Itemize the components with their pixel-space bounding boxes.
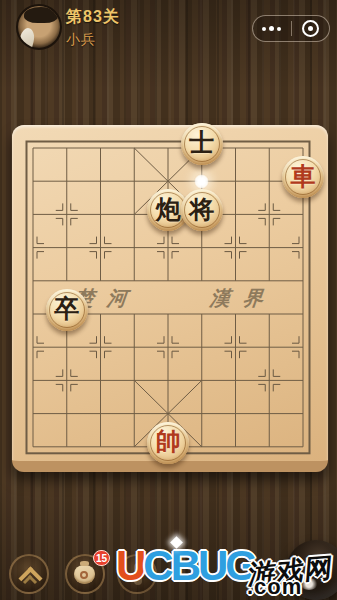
close-minimize-button[interactable] <box>292 16 330 41</box>
piece-glyph: 卒 <box>54 296 79 321</box>
piece-black-soldier[interactable]: 卒 <box>46 289 88 331</box>
last-move-marker <box>194 174 209 189</box>
coins-button[interactable]: 15 <box>65 554 105 594</box>
obscured-tool-icon <box>134 563 142 585</box>
piece-black-general[interactable]: 将 <box>181 189 223 231</box>
bottom-toolbar: 15 <box>0 540 337 600</box>
more-button[interactable] <box>253 16 291 41</box>
piece-black-advisor[interactable]: 士 <box>181 123 223 165</box>
money-bag-icon <box>74 565 95 584</box>
header: 第83关 小兵 <box>0 0 337 58</box>
piece-red-general[interactable]: 帥 <box>147 422 189 464</box>
expand-button[interactable] <box>9 554 49 594</box>
level-title: 第83关 <box>66 9 120 25</box>
header-text: 第83关 小兵 <box>66 9 120 46</box>
more-dots-icon <box>262 26 281 31</box>
piece-glyph: 炮 <box>155 197 180 222</box>
dark-stone-sphere[interactable] <box>286 540 337 600</box>
piece-glyph: 士 <box>189 130 214 155</box>
piece-glyph: 将 <box>189 197 214 222</box>
piece-glyph: 帥 <box>155 429 180 454</box>
wechat-capsule <box>252 15 330 42</box>
player-avatar[interactable] <box>16 4 62 50</box>
pieces-grid: 士車炮将卒帥 <box>16 131 320 463</box>
piece-red-chariot[interactable]: 車 <box>282 156 324 198</box>
circle-target-icon <box>302 20 319 37</box>
piece-glyph: 車 <box>290 164 315 189</box>
coin-count-badge: 15 <box>93 550 110 566</box>
game-screen: 第83关 小兵 楚河 漢界 士車炮将卒帥 15 <box>0 0 337 600</box>
tool-button-obscured[interactable] <box>117 554 157 594</box>
xiangqi-board[interactable]: 楚河 漢界 士車炮将卒帥 <box>12 125 328 472</box>
player-label: 小兵 <box>66 32 120 46</box>
